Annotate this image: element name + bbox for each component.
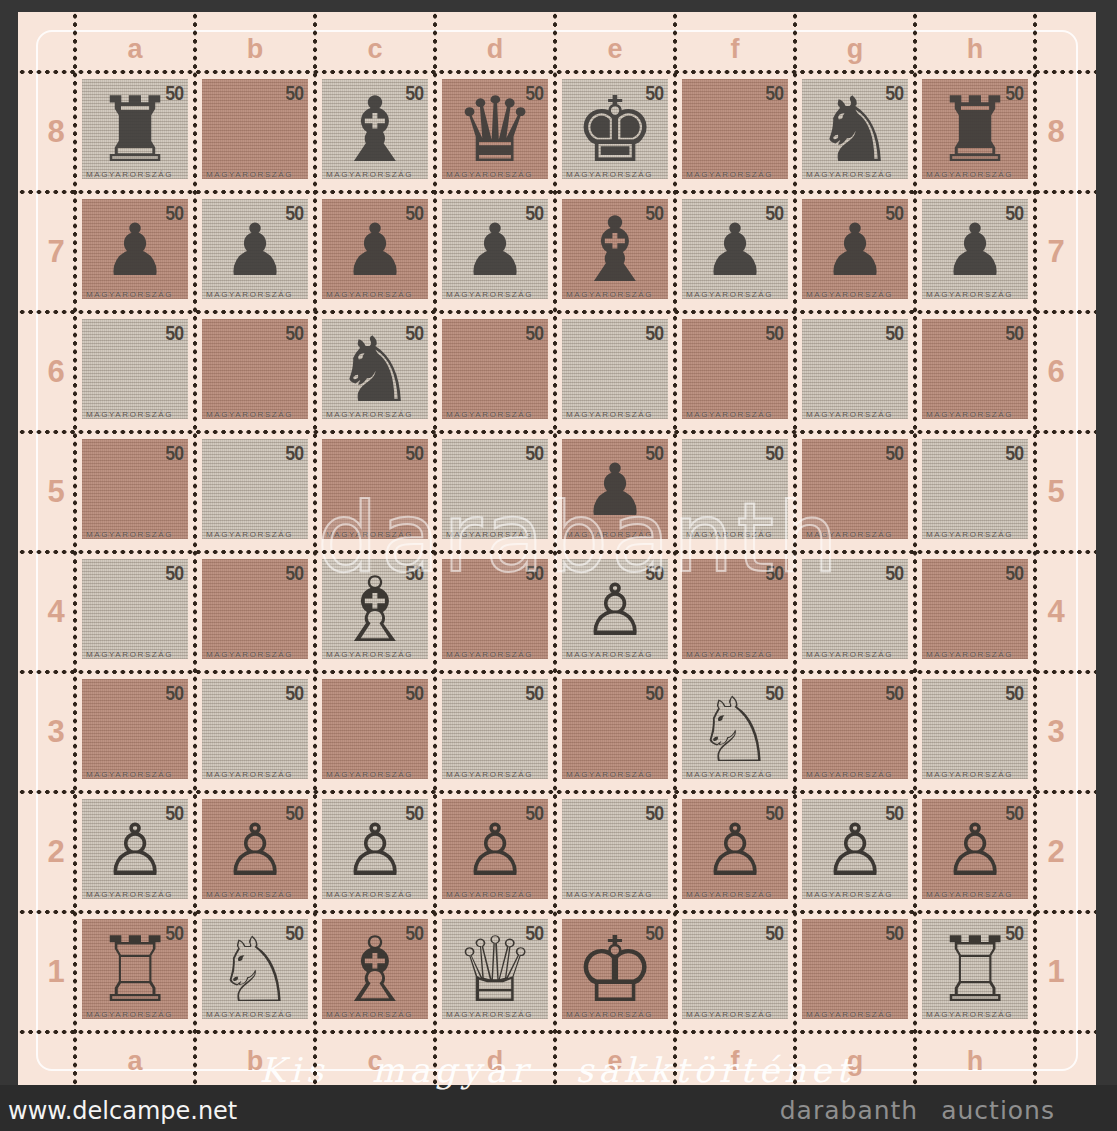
perforation-line-horizontal: [18, 909, 1096, 915]
country-label: MAGYARORSZÁG: [86, 770, 186, 779]
piece-black-bishop: ♝: [575, 205, 656, 295]
square-g8: 50♞MAGYARORSZÁG: [795, 72, 915, 192]
piece-black-pawn: ♟: [943, 214, 1008, 286]
denomination-label: 50: [645, 801, 663, 825]
rank-label-1: 1: [1034, 912, 1078, 1032]
denomination-label: 50: [645, 321, 663, 345]
country-label: MAGYARORSZÁG: [86, 290, 186, 299]
piece-black-pawn: ♟: [343, 214, 408, 286]
stamp-print-area: 50MAGYARORSZÁG: [682, 919, 788, 1019]
stamp-print-area: 50♙MAGYARORSZÁG: [922, 799, 1028, 899]
country-label: MAGYARORSZÁG: [686, 650, 786, 659]
denomination-label: 50: [165, 81, 183, 105]
denomination-label: 50: [765, 921, 783, 945]
stamp-print-area: 50♝MAGYARORSZÁG: [322, 79, 428, 179]
country-label: MAGYARORSZÁG: [566, 1010, 666, 1019]
perforation-line-horizontal: [18, 1029, 1096, 1035]
square-h8: 50♜MAGYARORSZÁG: [915, 72, 1035, 192]
stamp-print-area: 50♙MAGYARORSZÁG: [82, 799, 188, 899]
denomination-label: 50: [165, 561, 183, 585]
stamp-print-area: 50♖MAGYARORSZÁG: [922, 919, 1028, 1019]
denomination-label: 50: [525, 921, 543, 945]
denomination-label: 50: [645, 81, 663, 105]
square-f8: 50MAGYARORSZÁG: [675, 72, 795, 192]
country-label: MAGYARORSZÁG: [86, 170, 186, 179]
denomination-label: 50: [285, 681, 303, 705]
piece-black-pawn: ♟: [703, 214, 768, 286]
square-a2: 50♙MAGYARORSZÁG: [75, 792, 195, 912]
square-b5: 50MAGYARORSZÁG: [195, 432, 315, 552]
stamp-print-area: 50♙MAGYARORSZÁG: [202, 799, 308, 899]
denomination-label: 50: [405, 681, 423, 705]
country-label: MAGYARORSZÁG: [326, 770, 426, 779]
country-label: MAGYARORSZÁG: [926, 1010, 1026, 1019]
square-d6: 50MAGYARORSZÁG: [435, 312, 555, 432]
country-label: MAGYARORSZÁG: [206, 410, 306, 419]
stamp-print-area: 50♟MAGYARORSZÁG: [202, 199, 308, 299]
piece-white-king: ♔: [575, 925, 656, 1015]
square-g3: 50MAGYARORSZÁG: [795, 672, 915, 792]
country-label: MAGYARORSZÁG: [926, 170, 1026, 179]
denomination-label: 50: [1005, 561, 1023, 585]
stamp-print-area: 50MAGYARORSZÁG: [922, 679, 1028, 779]
stamp-print-area: 50♞MAGYARORSZÁG: [322, 319, 428, 419]
square-e1: 50♔MAGYARORSZÁG: [555, 912, 675, 1032]
country-label: MAGYARORSZÁG: [686, 770, 786, 779]
piece-black-pawn: ♟: [823, 214, 888, 286]
denomination-label: 50: [165, 801, 183, 825]
stamp-print-area: 50♔MAGYARORSZÁG: [562, 919, 668, 1019]
country-label: MAGYARORSZÁG: [206, 290, 306, 299]
denomination-label: 50: [525, 321, 543, 345]
country-label: MAGYARORSZÁG: [926, 530, 1026, 539]
rank-label-5: 5: [1034, 432, 1078, 552]
square-a3: 50MAGYARORSZÁG: [75, 672, 195, 792]
country-label: MAGYARORSZÁG: [86, 650, 186, 659]
piece-white-rook: ♖: [95, 925, 176, 1015]
perforation-line-horizontal: [18, 549, 1096, 555]
country-label: MAGYARORSZÁG: [686, 410, 786, 419]
country-label: MAGYARORSZÁG: [806, 890, 906, 899]
square-h1: 50♖MAGYARORSZÁG: [915, 912, 1035, 1032]
stamp-sheet-photo: { "game": "chess", "position": { "fen": …: [0, 0, 1117, 1131]
file-label-h: h: [915, 34, 1035, 64]
denomination-label: 50: [405, 441, 423, 465]
country-label: MAGYARORSZÁG: [206, 650, 306, 659]
stamp-print-area: 50MAGYARORSZÁG: [802, 679, 908, 779]
country-label: MAGYARORSZÁG: [926, 770, 1026, 779]
stamp-print-area: 50♟MAGYARORSZÁG: [82, 199, 188, 299]
stamp-print-area: 50MAGYARORSZÁG: [82, 559, 188, 659]
perforation-line-vertical: [912, 12, 918, 1085]
denomination-label: 50: [885, 801, 903, 825]
piece-black-king: ♚: [575, 85, 656, 175]
perforation-line-vertical: [1032, 12, 1038, 1085]
stamp-print-area: 50MAGYARORSZÁG: [202, 679, 308, 779]
piece-black-queen: ♛: [455, 85, 536, 175]
denomination-label: 50: [645, 681, 663, 705]
country-label: MAGYARORSZÁG: [326, 890, 426, 899]
denomination-label: 50: [1005, 801, 1023, 825]
country-label: MAGYARORSZÁG: [566, 650, 666, 659]
stamp-print-area: 50MAGYARORSZÁG: [562, 319, 668, 419]
perforation-line-horizontal: [18, 669, 1096, 675]
country-label: MAGYARORSZÁG: [206, 770, 306, 779]
country-label: MAGYARORSZÁG: [806, 650, 906, 659]
square-c6: 50♞MAGYARORSZÁG: [315, 312, 435, 432]
stamp-print-area: 50♙MAGYARORSZÁG: [442, 799, 548, 899]
country-label: MAGYARORSZÁG: [926, 410, 1026, 419]
denomination-label: 50: [645, 201, 663, 225]
denomination-label: 50: [165, 321, 183, 345]
country-label: MAGYARORSZÁG: [686, 890, 786, 899]
denomination-label: 50: [645, 441, 663, 465]
square-d7: 50♟MAGYARORSZÁG: [435, 192, 555, 312]
file-label-a: a: [75, 34, 195, 64]
piece-white-bishop: ♗: [335, 925, 416, 1015]
file-label-d: d: [435, 34, 555, 64]
denomination-label: 50: [765, 321, 783, 345]
piece-black-rook: ♜: [935, 85, 1016, 175]
file-label-b: b: [195, 34, 315, 64]
square-a4: 50MAGYARORSZÁG: [75, 552, 195, 672]
square-e3: 50MAGYARORSZÁG: [555, 672, 675, 792]
stamp-print-area: 50MAGYARORSZÁG: [442, 319, 548, 419]
country-label: MAGYARORSZÁG: [566, 170, 666, 179]
square-a1: 50♖MAGYARORSZÁG: [75, 912, 195, 1032]
piece-white-pawn: ♙: [463, 814, 528, 886]
stamp-print-area: 50♜MAGYARORSZÁG: [922, 79, 1028, 179]
piece-white-queen: ♕: [455, 925, 536, 1015]
denomination-label: 50: [405, 921, 423, 945]
square-b8: 50MAGYARORSZÁG: [195, 72, 315, 192]
denomination-label: 50: [405, 801, 423, 825]
country-label: MAGYARORSZÁG: [566, 410, 666, 419]
country-label: MAGYARORSZÁG: [446, 1010, 546, 1019]
square-e6: 50MAGYARORSZÁG: [555, 312, 675, 432]
denomination-label: 50: [765, 81, 783, 105]
square-e7: 50♝MAGYARORSZÁG: [555, 192, 675, 312]
stamp-print-area: 50MAGYARORSZÁG: [202, 439, 308, 539]
square-c3: 50MAGYARORSZÁG: [315, 672, 435, 792]
country-label: MAGYARORSZÁG: [926, 890, 1026, 899]
stamp-print-area: 50♚MAGYARORSZÁG: [562, 79, 668, 179]
stamp-print-area: 50♜MAGYARORSZÁG: [82, 79, 188, 179]
country-label: MAGYARORSZÁG: [566, 290, 666, 299]
country-label: MAGYARORSZÁG: [326, 650, 426, 659]
perforation-line-vertical: [672, 12, 678, 1085]
square-g1: 50MAGYARORSZÁG: [795, 912, 915, 1032]
stamp-print-area: 50MAGYARORSZÁG: [682, 319, 788, 419]
stamp-print-area: 50MAGYARORSZÁG: [562, 679, 668, 779]
denomination-label: 50: [285, 561, 303, 585]
denomination-label: 50: [885, 81, 903, 105]
piece-white-pawn: ♙: [103, 814, 168, 886]
file-label-f: f: [675, 34, 795, 64]
piece-black-rook: ♜: [95, 85, 176, 175]
country-label: MAGYARORSZÁG: [206, 1010, 306, 1019]
denomination-label: 50: [885, 441, 903, 465]
square-b4: 50MAGYARORSZÁG: [195, 552, 315, 672]
denomination-label: 50: [885, 921, 903, 945]
country-label: MAGYARORSZÁG: [206, 890, 306, 899]
denomination-label: 50: [285, 441, 303, 465]
square-c7: 50♟MAGYARORSZÁG: [315, 192, 435, 312]
denomination-label: 50: [285, 201, 303, 225]
denomination-label: 50: [645, 921, 663, 945]
country-label: MAGYARORSZÁG: [806, 770, 906, 779]
square-f2: 50♙MAGYARORSZÁG: [675, 792, 795, 912]
square-h6: 50MAGYARORSZÁG: [915, 312, 1035, 432]
denomination-label: 50: [525, 201, 543, 225]
square-a7: 50♟MAGYARORSZÁG: [75, 192, 195, 312]
square-b3: 50MAGYARORSZÁG: [195, 672, 315, 792]
square-c1: 50♗MAGYARORSZÁG: [315, 912, 435, 1032]
country-label: MAGYARORSZÁG: [806, 1010, 906, 1019]
square-a5: 50MAGYARORSZÁG: [75, 432, 195, 552]
piece-black-pawn: ♟: [463, 214, 528, 286]
denomination-label: 50: [285, 921, 303, 945]
stamp-print-area: 50♙MAGYARORSZÁG: [802, 799, 908, 899]
stamp-print-area: 50MAGYARORSZÁG: [82, 679, 188, 779]
denomination-label: 50: [525, 81, 543, 105]
denomination-label: 50: [885, 321, 903, 345]
stamp-print-area: 50MAGYARORSZÁG: [922, 439, 1028, 539]
country-label: MAGYARORSZÁG: [566, 770, 666, 779]
auction-watermark: darabanth auctions: [780, 1096, 1055, 1125]
country-label: MAGYARORSZÁG: [446, 650, 546, 659]
denomination-label: 50: [405, 81, 423, 105]
denomination-label: 50: [405, 201, 423, 225]
denomination-label: 50: [885, 681, 903, 705]
stamp-print-area: 50♘MAGYARORSZÁG: [682, 679, 788, 779]
square-a6: 50MAGYARORSZÁG: [75, 312, 195, 432]
piece-white-rook: ♖: [935, 925, 1016, 1015]
denomination-label: 50: [285, 801, 303, 825]
stamp-print-area: 50MAGYARORSZÁG: [922, 559, 1028, 659]
stamp-print-area: 50MAGYARORSZÁG: [202, 559, 308, 659]
piece-white-pawn: ♙: [223, 814, 288, 886]
stamp-print-area: 50♙MAGYARORSZÁG: [322, 799, 428, 899]
denomination-label: 50: [765, 441, 783, 465]
country-label: MAGYARORSZÁG: [326, 170, 426, 179]
denomination-label: 50: [1005, 81, 1023, 105]
square-f7: 50♟MAGYARORSZÁG: [675, 192, 795, 312]
denomination-label: 50: [525, 801, 543, 825]
square-c2: 50♙MAGYARORSZÁG: [315, 792, 435, 912]
denomination-label: 50: [525, 681, 543, 705]
delcampe-watermark: www.delcampe.net: [8, 1097, 237, 1125]
piece-white-pawn: ♙: [823, 814, 888, 886]
square-h3: 50MAGYARORSZÁG: [915, 672, 1035, 792]
file-label-g: g: [795, 34, 915, 64]
stamp-print-area: 50♟MAGYARORSZÁG: [322, 199, 428, 299]
stamp-print-area: 50♟MAGYARORSZÁG: [682, 199, 788, 299]
country-label: MAGYARORSZÁG: [446, 890, 546, 899]
denomination-label: 50: [885, 561, 903, 585]
square-d8: 50♛MAGYARORSZÁG: [435, 72, 555, 192]
country-label: MAGYARORSZÁG: [926, 650, 1026, 659]
square-b2: 50♙MAGYARORSZÁG: [195, 792, 315, 912]
stamp-print-area: 50♝MAGYARORSZÁG: [562, 199, 668, 299]
stamp-print-area: 50♕MAGYARORSZÁG: [442, 919, 548, 1019]
stamp-print-area: 50MAGYARORSZÁG: [202, 79, 308, 179]
piece-black-pawn: ♟: [103, 214, 168, 286]
square-c8: 50♝MAGYARORSZÁG: [315, 72, 435, 192]
square-a8: 50♜MAGYARORSZÁG: [75, 72, 195, 192]
stamp-print-area: 50♞MAGYARORSZÁG: [802, 79, 908, 179]
stamp-print-area: 50MAGYARORSZÁG: [802, 319, 908, 419]
denomination-label: 50: [765, 801, 783, 825]
country-label: MAGYARORSZÁG: [446, 410, 546, 419]
denomination-label: 50: [1005, 441, 1023, 465]
stamp-print-area: 50MAGYARORSZÁG: [202, 319, 308, 419]
stamp-print-area: 50♟MAGYARORSZÁG: [442, 199, 548, 299]
country-label: MAGYARORSZÁG: [686, 170, 786, 179]
stamp-print-area: 50♙MAGYARORSZÁG: [682, 799, 788, 899]
square-e8: 50♚MAGYARORSZÁG: [555, 72, 675, 192]
country-label: MAGYARORSZÁG: [446, 770, 546, 779]
denomination-label: 50: [765, 681, 783, 705]
square-g6: 50MAGYARORSZÁG: [795, 312, 915, 432]
country-label: MAGYARORSZÁG: [86, 410, 186, 419]
country-label: MAGYARORSZÁG: [926, 290, 1026, 299]
rank-label-8: 8: [1034, 72, 1078, 192]
denomination-label: 50: [285, 321, 303, 345]
darabanth-watermark: darabanth: [314, 482, 844, 594]
square-b7: 50♟MAGYARORSZÁG: [195, 192, 315, 312]
rank-label-2: 2: [1034, 792, 1078, 912]
country-label: MAGYARORSZÁG: [686, 1010, 786, 1019]
stamp-print-area: 50MAGYARORSZÁG: [922, 319, 1028, 419]
denomination-label: 50: [165, 201, 183, 225]
country-label: MAGYARORSZÁG: [86, 1010, 186, 1019]
piece-black-bishop: ♝: [335, 85, 416, 175]
stamp-print-area: 50♖MAGYARORSZÁG: [82, 919, 188, 1019]
square-d2: 50♙MAGYARORSZÁG: [435, 792, 555, 912]
piece-white-knight: ♘: [695, 685, 776, 775]
denomination-label: 50: [885, 201, 903, 225]
country-label: MAGYARORSZÁG: [206, 170, 306, 179]
denomination-label: 50: [1005, 921, 1023, 945]
country-label: MAGYARORSZÁG: [806, 170, 906, 179]
piece-black-knight: ♞: [335, 325, 416, 415]
square-f1: 50MAGYARORSZÁG: [675, 912, 795, 1032]
square-h4: 50MAGYARORSZÁG: [915, 552, 1035, 672]
country-label: MAGYARORSZÁG: [566, 890, 666, 899]
stamp-print-area: 50♘MAGYARORSZÁG: [202, 919, 308, 1019]
country-label: MAGYARORSZÁG: [86, 530, 186, 539]
denomination-label: 50: [165, 681, 183, 705]
stamp-print-area: 50MAGYARORSZÁG: [682, 79, 788, 179]
rank-label-3: 3: [1034, 672, 1078, 792]
square-d1: 50♕MAGYARORSZÁG: [435, 912, 555, 1032]
file-label-c: c: [315, 34, 435, 64]
country-label: MAGYARORSZÁG: [206, 530, 306, 539]
square-g2: 50♙MAGYARORSZÁG: [795, 792, 915, 912]
country-label: MAGYARORSZÁG: [326, 290, 426, 299]
piece-black-knight: ♞: [815, 85, 896, 175]
piece-white-pawn: ♙: [343, 814, 408, 886]
square-h7: 50♟MAGYARORSZÁG: [915, 192, 1035, 312]
stamp-print-area: 50♛MAGYARORSZÁG: [442, 79, 548, 179]
stamp-sheet: abcdefgh abcdefgh 87654321 87654321 50♜M…: [18, 12, 1096, 1085]
stamp-print-area: 50MAGYARORSZÁG: [802, 919, 908, 1019]
country-label: MAGYARORSZÁG: [446, 290, 546, 299]
square-b1: 50♘MAGYARORSZÁG: [195, 912, 315, 1032]
rank-label-6: 6: [1034, 312, 1078, 432]
stamp-print-area: 50♟MAGYARORSZÁG: [922, 199, 1028, 299]
country-label: MAGYARORSZÁG: [326, 1010, 426, 1019]
denomination-label: 50: [525, 441, 543, 465]
piece-white-knight: ♘: [215, 925, 296, 1015]
denomination-label: 50: [405, 321, 423, 345]
square-f3: 50♘MAGYARORSZÁG: [675, 672, 795, 792]
square-h2: 50♙MAGYARORSZÁG: [915, 792, 1035, 912]
country-label: MAGYARORSZÁG: [326, 410, 426, 419]
file-label-e: e: [555, 34, 675, 64]
square-g7: 50♟MAGYARORSZÁG: [795, 192, 915, 312]
rank-label-4: 4: [1034, 552, 1078, 672]
piece-black-pawn: ♟: [223, 214, 288, 286]
denomination-label: 50: [1005, 681, 1023, 705]
stamp-print-area: 50MAGYARORSZÁG: [442, 679, 548, 779]
denomination-label: 50: [1005, 201, 1023, 225]
stamp-print-area: 50♟MAGYARORSZÁG: [802, 199, 908, 299]
rank-label-7: 7: [1034, 192, 1078, 312]
piece-white-pawn: ♙: [703, 814, 768, 886]
square-h5: 50MAGYARORSZÁG: [915, 432, 1035, 552]
country-label: MAGYARORSZÁG: [806, 410, 906, 419]
stamp-print-area: 50♗MAGYARORSZÁG: [322, 919, 428, 1019]
square-b6: 50MAGYARORSZÁG: [195, 312, 315, 432]
stamp-print-area: 50MAGYARORSZÁG: [562, 799, 668, 899]
perforation-line-vertical: [792, 12, 798, 1085]
square-d3: 50MAGYARORSZÁG: [435, 672, 555, 792]
stamp-print-area: 50MAGYARORSZÁG: [82, 319, 188, 419]
denomination-label: 50: [765, 201, 783, 225]
stamp-print-area: 50MAGYARORSZÁG: [82, 439, 188, 539]
country-label: MAGYARORSZÁG: [86, 890, 186, 899]
denomination-label: 50: [165, 921, 183, 945]
square-e2: 50MAGYARORSZÁG: [555, 792, 675, 912]
country-label: MAGYARORSZÁG: [806, 290, 906, 299]
country-label: MAGYARORSZÁG: [446, 170, 546, 179]
stamp-print-area: 50MAGYARORSZÁG: [322, 679, 428, 779]
denomination-label: 50: [165, 441, 183, 465]
square-f6: 50MAGYARORSZÁG: [675, 312, 795, 432]
country-label: MAGYARORSZÁG: [686, 290, 786, 299]
denomination-label: 50: [1005, 321, 1023, 345]
perforation-line-horizontal: [18, 789, 1096, 795]
piece-white-pawn: ♙: [943, 814, 1008, 886]
denomination-label: 50: [285, 81, 303, 105]
